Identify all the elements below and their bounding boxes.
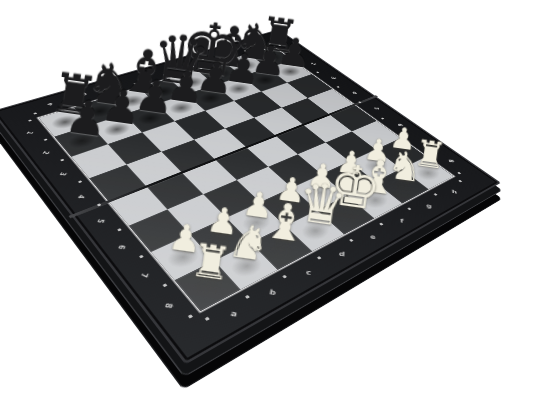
frame-dot <box>188 314 193 318</box>
rank-label-5: 5 <box>94 218 105 223</box>
rank-label-2: 2 <box>40 150 50 154</box>
board-face: ♜♞♝♛♚♝♞♜♟♟♟♟♟♟♟♟♟♟♟♟♟♟♟♟♜♞♝♛♚♝♞♜ aabbccd… <box>0 29 501 364</box>
frame-dot <box>337 86 340 88</box>
file-label-g: g <box>426 203 432 209</box>
frame-dot <box>60 159 64 161</box>
frame-dot <box>33 112 37 114</box>
rank-label-1: 1 <box>24 130 34 134</box>
frame-dot <box>458 180 462 182</box>
frame-dot <box>317 256 321 259</box>
file-label-f: f <box>400 218 403 224</box>
frame-dot <box>349 239 353 242</box>
frame-dot <box>78 180 82 183</box>
frame-dot <box>379 223 383 226</box>
file-label-a: a <box>229 310 237 319</box>
file-label-b: b <box>268 289 276 298</box>
product-photo-chess-set: ♜♞♝♛♚♝♞♜♟♟♟♟♟♟♟♟♟♟♟♟♟♟♟♟♜♞♝♛♚♝♞♜ aabbccd… <box>0 0 544 398</box>
frame-dot <box>117 228 121 231</box>
frame-dot <box>44 139 48 141</box>
file-label-d: d <box>338 251 344 259</box>
frame-dot <box>282 275 286 278</box>
frame-dot <box>407 207 411 210</box>
frame-dot <box>205 317 210 321</box>
file-label-h: h <box>451 189 457 195</box>
frame-dot <box>381 118 384 120</box>
frame-dot <box>434 193 438 195</box>
frame-dot <box>316 72 319 74</box>
rank-label-3: 3 <box>57 171 68 176</box>
file-label-e: e <box>370 234 376 241</box>
file-label-c: c <box>305 269 311 277</box>
frame-dot <box>139 255 143 258</box>
chess-piece-black-pawn[interactable]: ♟ <box>62 92 106 143</box>
frame-dot <box>28 120 32 122</box>
rank-label-7: 7 <box>138 272 150 278</box>
rank-label-4: 4 <box>350 91 357 94</box>
frame-dot <box>245 295 250 299</box>
rank-label-3: 3 <box>329 76 336 79</box>
frame-dot <box>457 172 461 174</box>
rank-label-2: 2 <box>309 62 316 65</box>
chess-piece-white-rook[interactable]: ♜ <box>184 236 237 288</box>
rank-label-4: 4 <box>75 194 86 199</box>
piece-glyph: ♟ <box>62 92 110 144</box>
rank-label-8: 8 <box>162 302 174 308</box>
rank-label-6: 6 <box>115 244 127 250</box>
frame-dot <box>162 283 167 287</box>
rank-label-5: 5 <box>372 107 379 110</box>
square-f4[interactable] <box>254 108 303 136</box>
piece-glyph: ♜ <box>187 237 234 288</box>
